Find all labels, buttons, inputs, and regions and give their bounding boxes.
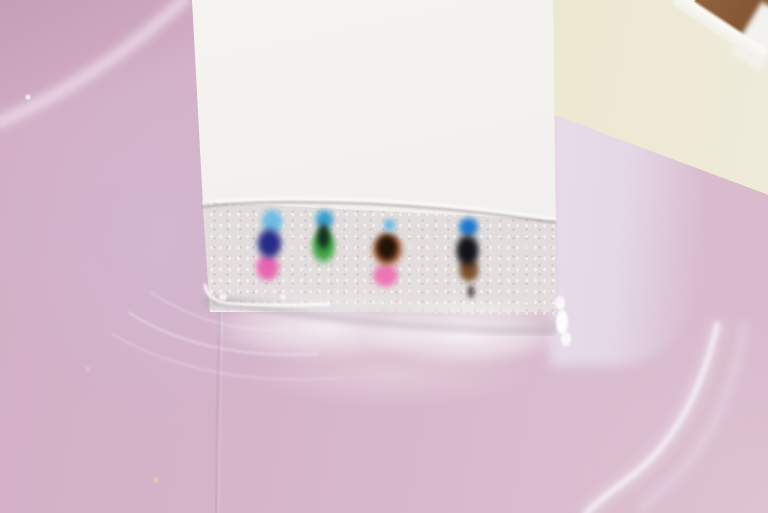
ink-band-cyan-wisp — [380, 215, 399, 235]
ink-spot-4 — [449, 220, 486, 284]
ink-spot-1 — [251, 211, 288, 283]
ink-band-dark-core — [313, 216, 334, 257]
ink-spot-3 — [366, 221, 409, 288]
ink-band-dark-blue — [250, 220, 288, 268]
photo-canvas — [0, 0, 768, 513]
ink-band-black-body — [449, 225, 486, 276]
ink-spots-container — [0, 0, 768, 513]
ink-spot-2 — [306, 210, 341, 270]
ink-band-dark-tail — [466, 281, 476, 301]
